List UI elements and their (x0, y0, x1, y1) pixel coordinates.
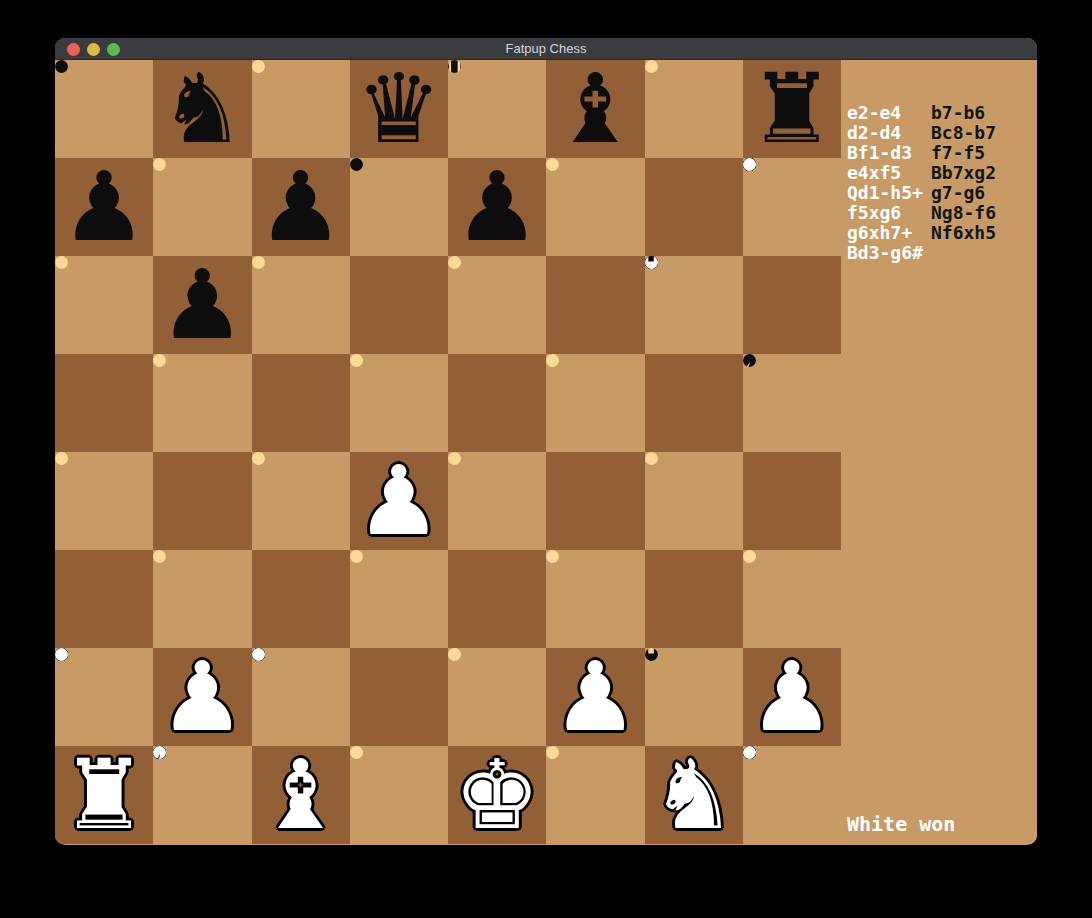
square-a6[interactable] (55, 256, 68, 269)
piece-white-bishop: ♝ (645, 256, 658, 269)
white-move: Bd3-g6# (847, 243, 931, 263)
piece-black-pawn: ♟ (159, 257, 245, 353)
square-d3[interactable] (350, 550, 363, 563)
move-row-4: e4xf5Bb7xg2 (847, 163, 1037, 183)
square-e6[interactable] (448, 256, 461, 269)
square-b7[interactable] (153, 158, 166, 171)
square-g7[interactable] (645, 158, 743, 256)
square-d5[interactable] (350, 354, 363, 367)
square-g6[interactable]: ♝ (645, 256, 658, 269)
piece-black-bishop: ♝ (645, 648, 658, 661)
square-b2[interactable]: ♟ (153, 648, 251, 746)
side-panel: e2-e4b7-b6d2-d4Bc8-b7Bf1-d3f7-f5e4xf5Bb7… (841, 60, 1037, 844)
black-move: Bc8-b7 (931, 123, 996, 143)
square-b6[interactable]: ♟ (153, 256, 251, 354)
piece-black-pawn: ♟ (454, 159, 540, 255)
black-move: b7-b6 (931, 103, 985, 123)
window-title: Fatpup Chess (55, 38, 1037, 60)
square-a1[interactable]: ♜ (55, 746, 153, 844)
square-b1[interactable]: ♞ (153, 746, 166, 759)
white-move: e4xf5 (847, 163, 931, 183)
piece-black-knight: ♞ (743, 354, 756, 367)
piece-white-king: ♚ (454, 747, 540, 843)
square-c1[interactable]: ♝ (252, 746, 350, 844)
piece-white-rook: ♜ (743, 746, 756, 759)
piece-black-bishop: ♝ (552, 61, 638, 157)
square-d1[interactable] (350, 746, 363, 759)
square-a4[interactable] (55, 452, 68, 465)
piece-white-pawn: ♟ (552, 649, 638, 745)
square-e1[interactable]: ♚ (448, 746, 546, 844)
square-e8[interactable]: ♚ (448, 60, 461, 73)
chess-board: ♜♞♛♚♝♜♟♟♟♟♟♟♝♞♟♟♟♟♟♝♟♜♞♝♚♞♜ (55, 60, 841, 844)
square-f5[interactable] (546, 354, 559, 367)
piece-white-rook: ♜ (61, 747, 147, 843)
game-result: White won (847, 812, 955, 836)
square-h4[interactable] (743, 452, 841, 550)
square-h5[interactable]: ♞ (743, 354, 756, 367)
square-c2[interactable]: ♟ (252, 648, 265, 661)
square-e4[interactable] (448, 452, 461, 465)
white-move: g6xh7+ (847, 223, 931, 243)
square-a2[interactable]: ♟ (55, 648, 68, 661)
square-c6[interactable] (252, 256, 265, 269)
move-row-3: Bf1-d3f7-f5 (847, 143, 1037, 163)
app-window: Fatpup Chess ♜♞♛♚♝♜♟♟♟♟♟♟♝♞♟♟♟♟♟♝♟♜♞♝♚♞♜… (55, 38, 1037, 845)
move-row-7: g6xh7+Nf6xh5 (847, 223, 1037, 243)
black-move: Nf6xh5 (931, 223, 996, 243)
white-move: f5xg6 (847, 203, 931, 223)
white-move: Qd1-h5+ (847, 183, 931, 203)
square-a8[interactable]: ♜ (55, 60, 68, 73)
white-move: e2-e4 (847, 103, 931, 123)
square-d8[interactable]: ♛ (350, 60, 448, 158)
square-h3[interactable] (743, 550, 756, 563)
square-d6[interactable] (350, 256, 448, 354)
square-e7[interactable]: ♟ (448, 158, 546, 256)
black-move: Ng8-f6 (931, 203, 996, 223)
square-d4[interactable]: ♟ (350, 452, 448, 550)
square-b8[interactable]: ♞ (153, 60, 251, 158)
move-list: e2-e4b7-b6d2-d4Bc8-b7Bf1-d3f7-f5e4xf5Bb7… (847, 103, 1037, 263)
square-h7[interactable]: ♟ (743, 158, 756, 171)
piece-black-knight: ♞ (159, 61, 245, 157)
piece-white-pawn: ♟ (749, 649, 835, 745)
square-a3[interactable] (55, 550, 153, 648)
square-f7[interactable] (546, 158, 559, 171)
square-c7[interactable]: ♟ (252, 158, 350, 256)
square-g5[interactable] (645, 354, 743, 452)
move-row-2: d2-d4Bc8-b7 (847, 123, 1037, 143)
piece-black-queen: ♛ (356, 61, 442, 157)
move-row-5: Qd1-h5+g7-g6 (847, 183, 1037, 203)
move-row-1: e2-e4b7-b6 (847, 103, 1037, 123)
piece-white-pawn: ♟ (252, 648, 265, 661)
square-e2[interactable] (448, 648, 461, 661)
square-f4[interactable] (546, 452, 644, 550)
square-g8[interactable] (645, 60, 658, 73)
square-c8[interactable] (252, 60, 265, 73)
move-row-6: f5xg6Ng8-f6 (847, 203, 1037, 223)
white-move: d2-d4 (847, 123, 931, 143)
piece-white-pawn: ♟ (55, 648, 68, 661)
square-h6[interactable] (743, 256, 841, 354)
square-d2[interactable] (350, 648, 448, 746)
square-a5[interactable] (55, 354, 153, 452)
move-row-8: Bd3-g6# (847, 243, 1037, 263)
square-b4[interactable] (153, 452, 251, 550)
black-move: g7-g6 (931, 183, 985, 203)
square-a7[interactable]: ♟ (55, 158, 153, 256)
square-f6[interactable] (546, 256, 644, 354)
square-h2[interactable]: ♟ (743, 648, 841, 746)
square-g4[interactable] (645, 452, 658, 465)
square-f2[interactable]: ♟ (546, 648, 644, 746)
piece-black-king: ♚ (448, 60, 461, 73)
piece-black-pawn: ♟ (258, 159, 344, 255)
piece-white-bishop: ♝ (258, 747, 344, 843)
square-c5[interactable] (252, 354, 350, 452)
window-content: ♜♞♛♚♝♜♟♟♟♟♟♟♝♞♟♟♟♟♟♝♟♜♞♝♚♞♜ e2-e4b7-b6d2… (55, 60, 1037, 844)
square-f1[interactable] (546, 746, 559, 759)
square-h8[interactable]: ♜ (743, 60, 841, 158)
piece-white-knight: ♞ (651, 747, 737, 843)
titlebar: Fatpup Chess (55, 38, 1037, 60)
square-b5[interactable] (153, 354, 166, 367)
square-c4[interactable] (252, 452, 265, 465)
square-d7[interactable]: ♟ (350, 158, 363, 171)
piece-white-pawn: ♟ (356, 453, 442, 549)
square-h1[interactable]: ♜ (743, 746, 756, 759)
piece-black-rook: ♜ (749, 61, 835, 157)
square-e5[interactable] (448, 354, 546, 452)
square-b3[interactable] (153, 550, 166, 563)
piece-black-rook: ♜ (55, 60, 68, 73)
square-c3[interactable] (252, 550, 350, 648)
piece-black-pawn: ♟ (61, 159, 147, 255)
square-g1[interactable]: ♞ (645, 746, 743, 844)
black-move: Bb7xg2 (931, 163, 996, 183)
piece-white-pawn: ♟ (743, 158, 756, 171)
square-g2[interactable]: ♝ (645, 648, 658, 661)
square-e3[interactable] (448, 550, 546, 648)
square-f8[interactable]: ♝ (546, 60, 644, 158)
piece-white-knight: ♞ (153, 746, 166, 759)
piece-black-pawn: ♟ (350, 158, 363, 171)
black-move: f7-f5 (931, 143, 985, 163)
square-g3[interactable] (645, 550, 743, 648)
piece-white-pawn: ♟ (159, 649, 245, 745)
white-move: Bf1-d3 (847, 143, 931, 163)
square-f3[interactable] (546, 550, 559, 563)
